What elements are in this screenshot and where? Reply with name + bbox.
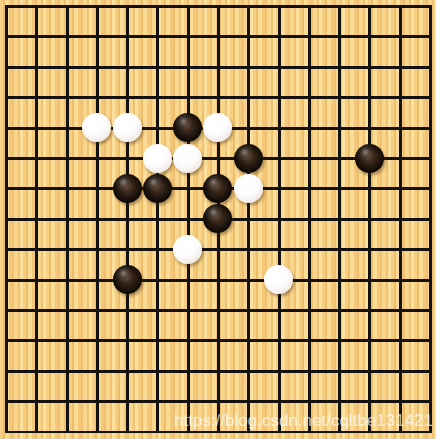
intersection-B5[interactable] [21,295,51,325]
intersection-H15[interactable] [203,0,233,21]
intersection-B2[interactable] [21,386,51,416]
intersection-L10[interactable] [324,143,354,173]
intersection-K6[interactable] [294,264,324,294]
intersection-C6[interactable] [51,264,81,294]
intersection-N15[interactable] [385,0,415,21]
intersection-I5[interactable] [233,295,263,325]
intersection-H11[interactable] [203,112,233,142]
intersection-N12[interactable] [385,82,415,112]
intersection-G9[interactable] [173,173,203,203]
intersection-F14[interactable] [142,21,172,51]
intersection-O10[interactable] [415,143,436,173]
intersection-J4[interactable] [263,325,293,355]
intersection-F10[interactable] [142,143,172,173]
intersection-L8[interactable] [324,204,354,234]
intersection-M2[interactable] [354,386,384,416]
white-stone-D11 [82,113,111,142]
intersection-I12[interactable] [233,82,263,112]
intersection-L12[interactable] [324,82,354,112]
white-stone-E11 [113,113,142,142]
intersection-C7[interactable] [51,234,81,264]
intersection-J5[interactable] [263,295,293,325]
intersection-M13[interactable] [354,52,384,82]
intersection-A4[interactable] [0,325,21,355]
intersection-H1[interactable] [203,416,233,439]
intersection-F6[interactable] [142,264,172,294]
intersection-D1[interactable] [82,416,112,439]
intersection-M1[interactable] [354,416,384,439]
intersection-D8[interactable] [82,204,112,234]
intersection-K5[interactable] [294,295,324,325]
intersection-I2[interactable] [233,386,263,416]
intersection-I11[interactable] [233,112,263,142]
intersection-E13[interactable] [112,52,142,82]
intersection-M9[interactable] [354,173,384,203]
intersection-E4[interactable] [112,325,142,355]
intersection-N13[interactable] [385,52,415,82]
go-board: https://blog.csdn.net/cqltbe131421 [0,0,436,439]
intersection-H9[interactable] [203,173,233,203]
intersection-H7[interactable] [203,234,233,264]
intersection-L11[interactable] [324,112,354,142]
intersection-O6[interactable] [415,264,436,294]
intersection-C13[interactable] [51,52,81,82]
intersection-J2[interactable] [263,386,293,416]
intersection-D10[interactable] [82,143,112,173]
intersection-E15[interactable] [112,0,142,21]
intersection-J1[interactable] [263,416,293,439]
intersection-F13[interactable] [142,52,172,82]
black-stone-E6 [113,265,142,294]
intersection-C15[interactable] [51,0,81,21]
intersection-E14[interactable] [112,21,142,51]
intersection-E6[interactable] [112,264,142,294]
intersection-B9[interactable] [21,173,51,203]
intersection-M7[interactable] [354,234,384,264]
intersection-O14[interactable] [415,21,436,51]
intersection-M4[interactable] [354,325,384,355]
intersection-A9[interactable] [0,173,21,203]
intersection-B15[interactable] [21,0,51,21]
intersection-B7[interactable] [21,234,51,264]
intersection-F2[interactable] [142,386,172,416]
intersection-G5[interactable] [173,295,203,325]
intersection-K4[interactable] [294,325,324,355]
black-stone-G11 [173,113,202,142]
intersection-J3[interactable] [263,356,293,386]
intersection-N1[interactable] [385,416,415,439]
intersection-H8[interactable] [203,204,233,234]
intersection-C8[interactable] [51,204,81,234]
intersection-J11[interactable] [263,112,293,142]
black-stone-F9 [143,174,172,203]
intersection-L13[interactable] [324,52,354,82]
intersection-N9[interactable] [385,173,415,203]
black-stone-H9 [203,174,232,203]
intersection-O15[interactable] [415,0,436,21]
intersection-N10[interactable] [385,143,415,173]
intersection-A6[interactable] [0,264,21,294]
intersection-G1[interactable] [173,416,203,439]
intersection-F3[interactable] [142,356,172,386]
intersection-A13[interactable] [0,52,21,82]
intersection-L3[interactable] [324,356,354,386]
intersection-O5[interactable] [415,295,436,325]
intersection-H2[interactable] [203,386,233,416]
intersection-K7[interactable] [294,234,324,264]
intersection-K11[interactable] [294,112,324,142]
intersection-M5[interactable] [354,295,384,325]
intersection-B3[interactable] [21,356,51,386]
intersection-G12[interactable] [173,82,203,112]
intersection-I9[interactable] [233,173,263,203]
intersection-J10[interactable] [263,143,293,173]
intersection-M12[interactable] [354,82,384,112]
intersection-O3[interactable] [415,356,436,386]
black-stone-M10 [355,144,384,173]
intersection-M15[interactable] [354,0,384,21]
intersection-E10[interactable] [112,143,142,173]
intersection-D2[interactable] [82,386,112,416]
intersection-G2[interactable] [173,386,203,416]
intersection-I10[interactable] [233,143,263,173]
intersection-B4[interactable] [21,325,51,355]
intersection-N4[interactable] [385,325,415,355]
intersection-D13[interactable] [82,52,112,82]
intersection-G14[interactable] [173,21,203,51]
intersection-A11[interactable] [0,112,21,142]
intersection-I1[interactable] [233,416,263,439]
intersection-E7[interactable] [112,234,142,264]
intersection-A1[interactable] [0,416,21,439]
intersection-J7[interactable] [263,234,293,264]
intersection-O1[interactable] [415,416,436,439]
intersection-O8[interactable] [415,204,436,234]
intersection-B1[interactable] [21,416,51,439]
intersection-A7[interactable] [0,234,21,264]
intersection-D9[interactable] [82,173,112,203]
intersection-E11[interactable] [112,112,142,142]
white-stone-J6 [264,265,293,294]
intersection-F8[interactable] [142,204,172,234]
intersection-L6[interactable] [324,264,354,294]
white-stone-G10 [173,144,202,173]
intersection-H13[interactable] [203,52,233,82]
white-stone-G7 [173,235,202,264]
intersection-B10[interactable] [21,143,51,173]
intersection-E2[interactable] [112,386,142,416]
intersection-D5[interactable] [82,295,112,325]
intersection-C14[interactable] [51,21,81,51]
intersection-D3[interactable] [82,356,112,386]
intersection-B6[interactable] [21,264,51,294]
intersection-A5[interactable] [0,295,21,325]
intersection-G4[interactable] [173,325,203,355]
black-stone-I10 [234,144,263,173]
intersection-I7[interactable] [233,234,263,264]
intersection-L1[interactable] [324,416,354,439]
intersection-M8[interactable] [354,204,384,234]
intersection-G13[interactable] [173,52,203,82]
board-intersections [0,0,436,439]
intersection-A12[interactable] [0,82,21,112]
intersection-K13[interactable] [294,52,324,82]
intersection-N2[interactable] [385,386,415,416]
intersection-F9[interactable] [142,173,172,203]
intersection-J14[interactable] [263,21,293,51]
intersection-G3[interactable] [173,356,203,386]
intersection-J8[interactable] [263,204,293,234]
intersection-I15[interactable] [233,0,263,21]
intersection-H10[interactable] [203,143,233,173]
intersection-C12[interactable] [51,82,81,112]
intersection-B12[interactable] [21,82,51,112]
intersection-N7[interactable] [385,234,415,264]
intersection-F4[interactable] [142,325,172,355]
intersection-M10[interactable] [354,143,384,173]
intersection-K1[interactable] [294,416,324,439]
intersection-H3[interactable] [203,356,233,386]
intersection-E3[interactable] [112,356,142,386]
intersection-F7[interactable] [142,234,172,264]
intersection-L4[interactable] [324,325,354,355]
intersection-F1[interactable] [142,416,172,439]
intersection-L2[interactable] [324,386,354,416]
intersection-G8[interactable] [173,204,203,234]
intersection-N8[interactable] [385,204,415,234]
intersection-O4[interactable] [415,325,436,355]
intersection-K15[interactable] [294,0,324,21]
intersection-C11[interactable] [51,112,81,142]
intersection-A14[interactable] [0,21,21,51]
intersection-N5[interactable] [385,295,415,325]
intersection-E8[interactable] [112,204,142,234]
intersection-G10[interactable] [173,143,203,173]
intersection-F15[interactable] [142,0,172,21]
intersection-K8[interactable] [294,204,324,234]
intersection-N11[interactable] [385,112,415,142]
intersection-J15[interactable] [263,0,293,21]
intersection-H14[interactable] [203,21,233,51]
intersection-E1[interactable] [112,416,142,439]
intersection-N6[interactable] [385,264,415,294]
intersection-L14[interactable] [324,21,354,51]
intersection-D7[interactable] [82,234,112,264]
intersection-F11[interactable] [142,112,172,142]
intersection-I4[interactable] [233,325,263,355]
intersection-J6[interactable] [263,264,293,294]
intersection-B8[interactable] [21,204,51,234]
intersection-M11[interactable] [354,112,384,142]
intersection-C1[interactable] [51,416,81,439]
intersection-L15[interactable] [324,0,354,21]
intersection-C4[interactable] [51,325,81,355]
intersection-J12[interactable] [263,82,293,112]
intersection-C2[interactable] [51,386,81,416]
intersection-A8[interactable] [0,204,21,234]
intersection-M14[interactable] [354,21,384,51]
intersection-C9[interactable] [51,173,81,203]
intersection-M6[interactable] [354,264,384,294]
intersection-H4[interactable] [203,325,233,355]
intersection-N3[interactable] [385,356,415,386]
intersection-O7[interactable] [415,234,436,264]
intersection-L7[interactable] [324,234,354,264]
intersection-D12[interactable] [82,82,112,112]
intersection-D4[interactable] [82,325,112,355]
intersection-F5[interactable] [142,295,172,325]
intersection-H5[interactable] [203,295,233,325]
intersection-D6[interactable] [82,264,112,294]
intersection-E12[interactable] [112,82,142,112]
intersection-O13[interactable] [415,52,436,82]
intersection-K3[interactable] [294,356,324,386]
intersection-G6[interactable] [173,264,203,294]
intersection-O2[interactable] [415,386,436,416]
intersection-D14[interactable] [82,21,112,51]
intersection-C10[interactable] [51,143,81,173]
intersection-F12[interactable] [142,82,172,112]
intersection-N14[interactable] [385,21,415,51]
intersection-J13[interactable] [263,52,293,82]
intersection-L5[interactable] [324,295,354,325]
intersection-H12[interactable] [203,82,233,112]
intersection-L9[interactable] [324,173,354,203]
intersection-A3[interactable] [0,356,21,386]
intersection-D11[interactable] [82,112,112,142]
intersection-B14[interactable] [21,21,51,51]
intersection-D15[interactable] [82,0,112,21]
intersection-J9[interactable] [263,173,293,203]
intersection-O9[interactable] [415,173,436,203]
white-stone-H11 [203,113,232,142]
intersection-C3[interactable] [51,356,81,386]
intersection-A15[interactable] [0,0,21,21]
intersection-K10[interactable] [294,143,324,173]
white-stone-F10 [143,144,172,173]
intersection-K12[interactable] [294,82,324,112]
intersection-E5[interactable] [112,295,142,325]
intersection-H6[interactable] [203,264,233,294]
intersection-O11[interactable] [415,112,436,142]
intersection-I14[interactable] [233,21,263,51]
intersection-G7[interactable] [173,234,203,264]
intersection-B11[interactable] [21,112,51,142]
intersection-G11[interactable] [173,112,203,142]
intersection-C5[interactable] [51,295,81,325]
black-stone-E9 [113,174,142,203]
intersection-A2[interactable] [0,386,21,416]
black-stone-H8 [203,204,232,233]
intersection-K9[interactable] [294,173,324,203]
intersection-B13[interactable] [21,52,51,82]
intersection-E9[interactable] [112,173,142,203]
intersection-O12[interactable] [415,82,436,112]
white-stone-I9 [234,174,263,203]
intersection-G15[interactable] [173,0,203,21]
intersection-I6[interactable] [233,264,263,294]
intersection-A10[interactable] [0,143,21,173]
intersection-I13[interactable] [233,52,263,82]
intersection-I3[interactable] [233,356,263,386]
intersection-I8[interactable] [233,204,263,234]
intersection-K2[interactable] [294,386,324,416]
intersection-K14[interactable] [294,21,324,51]
intersection-M3[interactable] [354,356,384,386]
